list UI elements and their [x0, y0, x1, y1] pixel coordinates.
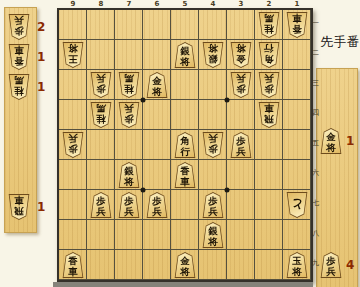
turn-indicator: 先手番	[320, 34, 360, 49]
board-square[interactable]	[199, 160, 227, 190]
board-square[interactable]	[59, 160, 87, 190]
piece-kanji: 銀将	[118, 166, 140, 187]
board-square[interactable]	[227, 160, 255, 190]
star-point	[141, 98, 146, 103]
piece-kanji: 金将	[174, 256, 196, 277]
piece-kanji: 歩兵	[202, 133, 224, 154]
hand-count: 1	[37, 200, 51, 214]
file-label: 3	[227, 0, 255, 8]
rank-label: 二	[312, 38, 322, 68]
piece-kanji: 銀将	[202, 43, 224, 64]
board-square[interactable]	[255, 190, 283, 220]
board-square[interactable]	[115, 130, 143, 160]
board-square[interactable]	[255, 130, 283, 160]
board-square[interactable]	[227, 10, 255, 40]
piece-kanji: 歩兵	[230, 136, 252, 157]
piece-kanji: 飛車	[8, 195, 30, 216]
board-shadow-edge	[53, 282, 313, 287]
star-point	[141, 188, 146, 193]
sente-hand-tray	[316, 68, 358, 287]
board-square[interactable]	[283, 220, 311, 250]
board-square[interactable]	[143, 40, 171, 70]
board-square[interactable]	[227, 250, 255, 280]
piece-kanji: 桂馬	[90, 103, 112, 124]
piece-kanji: と	[286, 198, 308, 212]
shogi-app: 先手番 987654321 一二三四五六七八九 歩兵2香車1桂馬1飛車1金将1歩…	[0, 0, 360, 287]
piece-kanji: 金将	[320, 132, 342, 153]
rank-label: 一	[312, 8, 322, 38]
board-square[interactable]	[283, 160, 311, 190]
board-square[interactable]	[87, 250, 115, 280]
board-square[interactable]	[143, 100, 171, 130]
board-square[interactable]	[87, 160, 115, 190]
board-square[interactable]	[171, 70, 199, 100]
board-square[interactable]	[171, 10, 199, 40]
rank-label: 九	[312, 248, 322, 278]
piece-kanji: 金将	[146, 76, 168, 97]
rank-label: 三	[312, 68, 322, 98]
rank-label: 六	[312, 158, 322, 188]
board-square[interactable]	[171, 220, 199, 250]
piece-kanji: 香車	[8, 45, 30, 66]
board-square[interactable]	[255, 160, 283, 190]
piece-kanji: 歩兵	[320, 256, 342, 277]
board-square[interactable]	[115, 220, 143, 250]
file-label: 6	[143, 0, 171, 8]
board-square[interactable]	[143, 160, 171, 190]
piece-kanji: 桂馬	[118, 73, 140, 94]
piece-kanji: 角行	[174, 136, 196, 157]
piece-kanji: 歩兵	[230, 73, 252, 94]
board-square[interactable]	[199, 250, 227, 280]
piece-kanji: 香車	[174, 166, 196, 187]
file-label: 1	[283, 0, 311, 8]
piece-kanji: 歩兵	[8, 15, 30, 36]
board-square[interactable]	[143, 220, 171, 250]
board-square[interactable]	[255, 220, 283, 250]
rank-label: 八	[312, 218, 322, 248]
star-point	[225, 188, 230, 193]
board-square[interactable]	[115, 250, 143, 280]
file-label: 2	[255, 0, 283, 8]
piece-kanji: 歩兵	[146, 196, 168, 217]
board-square[interactable]	[199, 100, 227, 130]
board-square[interactable]	[255, 250, 283, 280]
piece-kanji: 王将	[62, 43, 84, 64]
hand-count: 4	[346, 258, 360, 272]
file-label: 5	[171, 0, 199, 8]
board-square[interactable]	[115, 10, 143, 40]
piece-kanji: 歩兵	[62, 133, 84, 154]
board-square[interactable]	[283, 70, 311, 100]
file-label: 9	[59, 0, 87, 8]
hand-count: 1	[346, 134, 360, 148]
board-square[interactable]	[87, 40, 115, 70]
piece-kanji: 香車	[62, 256, 84, 277]
board-square[interactable]	[143, 10, 171, 40]
piece-kanji: 歩兵	[90, 73, 112, 94]
board-square[interactable]	[87, 130, 115, 160]
star-point	[225, 98, 230, 103]
board-square[interactable]	[171, 190, 199, 220]
file-label: 7	[115, 0, 143, 8]
board-square[interactable]	[59, 220, 87, 250]
piece-kanji: 角行	[258, 43, 280, 64]
board-square[interactable]	[199, 70, 227, 100]
piece-kanji: 銀将	[202, 226, 224, 247]
board-square[interactable]	[227, 220, 255, 250]
hand-count: 2	[37, 20, 51, 34]
piece-kanji: 銀将	[174, 46, 196, 67]
piece-kanji: 香車	[286, 13, 308, 34]
board-square[interactable]	[283, 100, 311, 130]
piece-kanji: 玉将	[286, 256, 308, 277]
board-square[interactable]	[283, 130, 311, 160]
piece-kanji: 桂馬	[258, 13, 280, 34]
board-square[interactable]	[59, 10, 87, 40]
board-square[interactable]	[87, 220, 115, 250]
board-square[interactable]	[227, 100, 255, 130]
board-square[interactable]	[283, 40, 311, 70]
piece-kanji: 歩兵	[118, 103, 140, 124]
piece-kanji: 飛車	[258, 103, 280, 124]
board-square[interactable]	[227, 190, 255, 220]
piece-kanji: 歩兵	[202, 196, 224, 217]
board-square[interactable]	[59, 190, 87, 220]
rank-label: 四	[312, 98, 322, 128]
file-label: 8	[87, 0, 115, 8]
piece-kanji: 歩兵	[258, 73, 280, 94]
board-square[interactable]	[87, 10, 115, 40]
piece-kanji: 桂馬	[8, 75, 30, 96]
rank-label: 五	[312, 128, 322, 158]
hand-count: 1	[37, 80, 51, 94]
piece-kanji: 歩兵	[90, 196, 112, 217]
board-square[interactable]	[59, 70, 87, 100]
board-square[interactable]	[143, 130, 171, 160]
rank-label: 七	[312, 188, 322, 218]
board-square[interactable]	[143, 250, 171, 280]
board-square[interactable]	[171, 100, 199, 130]
hand-count: 1	[37, 50, 51, 64]
piece-kanji: 金将	[230, 43, 252, 64]
board-square[interactable]	[59, 100, 87, 130]
board-square[interactable]	[199, 10, 227, 40]
file-label: 4	[199, 0, 227, 8]
piece-kanji: 歩兵	[118, 196, 140, 217]
board-square[interactable]	[115, 40, 143, 70]
